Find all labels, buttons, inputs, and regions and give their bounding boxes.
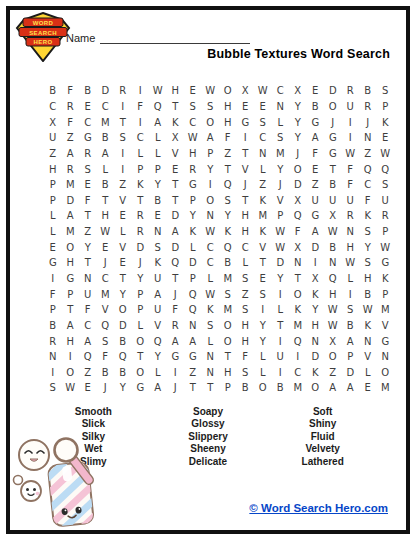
grid-cell-r8c7: B <box>149 192 167 208</box>
grid-cell-r1c12: X <box>237 83 255 99</box>
grid-cell-r1c2: F <box>62 83 80 99</box>
grid-cell-r18c3: Q <box>79 349 97 365</box>
grid-cell-r13c19: H <box>359 271 377 287</box>
grid-cell-r10c8: A <box>167 224 185 240</box>
grid-cell-r2c17: O <box>324 99 342 115</box>
grid-cell-r1c7: W <box>149 83 167 99</box>
grid-cell-r8c19: F <box>359 192 377 208</box>
grid-cell-r1c3: B <box>79 83 97 99</box>
grid-cell-r19c5: B <box>114 365 132 381</box>
grid-cell-r1c14: C <box>272 83 290 99</box>
grid-cell-r1c17: D <box>324 83 342 99</box>
grid-cell-r11c8: D <box>167 239 185 255</box>
grid-cell-r3c6: I <box>132 114 150 130</box>
grid-cell-r13c8: T <box>167 271 185 287</box>
grid-cell-r14c9: Q <box>184 286 202 302</box>
grid-cell-r6c9: R <box>184 161 202 177</box>
grid-cell-r7c20: S <box>377 177 395 193</box>
grid-cell-r12c17: N <box>324 255 342 271</box>
grid-cell-r17c2: H <box>62 333 80 349</box>
grid-cell-r3c2: F <box>62 114 80 130</box>
grid-cell-r15c10: K <box>202 302 220 318</box>
word-slippery: Slippery <box>151 431 266 443</box>
grid-cell-r11c9: L <box>184 239 202 255</box>
word-search-hero-link[interactable]: © Word Search Hero.com <box>249 502 388 514</box>
grid-cell-r13c16: X <box>307 271 325 287</box>
grid-cell-r17c19: N <box>359 333 377 349</box>
grid-cell-r5c20: W <box>377 146 395 162</box>
grid-cell-r3c14: L <box>272 114 290 130</box>
grid-cell-r10c3: Z <box>79 224 97 240</box>
grid-cell-r19c9: Z <box>184 365 202 381</box>
grid-cell-r12c10: C <box>202 255 220 271</box>
word-shiny: Shiny <box>265 418 380 430</box>
word-soft: Soft <box>265 406 380 418</box>
grid-cell-r15c20: M <box>377 302 395 318</box>
grid-cell-r20c7: A <box>149 380 167 396</box>
grid-cell-r19c19: L <box>359 365 377 381</box>
grid-cell-r14c14: I <box>272 286 290 302</box>
grid-cell-r1c18: R <box>342 83 360 99</box>
grid-cell-r9c13: M <box>254 208 272 224</box>
grid-cell-r12c6: J <box>132 255 150 271</box>
grid-cell-r8c20: U <box>377 192 395 208</box>
grid-cell-r2c12: E <box>237 99 255 115</box>
grid-cell-r4c1: U <box>44 130 62 146</box>
grid-cell-r14c20: P <box>377 286 395 302</box>
grid-cell-r4c10: A <box>202 130 220 146</box>
grid-cell-r20c14: B <box>272 380 290 396</box>
grid-cell-r12c2: H <box>62 255 80 271</box>
grid-cell-r13c18: L <box>342 271 360 287</box>
grid-cell-r3c15: Y <box>289 114 307 130</box>
grid-cell-r7c18: F <box>342 177 360 193</box>
grid-cell-r5c10: P <box>202 146 220 162</box>
grid-cell-r13c11: M <box>219 271 237 287</box>
word-slick: Slick <box>36 418 151 430</box>
grid-cell-r20c9: T <box>184 380 202 396</box>
grid-cell-r4c16: A <box>307 130 325 146</box>
grid-cell-r10c10: W <box>202 224 220 240</box>
grid-cell-r2c20: P <box>377 99 395 115</box>
grid-cell-r7c17: B <box>324 177 342 193</box>
grid-cell-r11c17: B <box>324 239 342 255</box>
grid-cell-r17c20: G <box>377 333 395 349</box>
grid-cell-r14c6: P <box>132 286 150 302</box>
grid-cell-r20c16: O <box>307 380 325 396</box>
grid-cell-r6c17: T <box>324 161 342 177</box>
grid-cell-r1c19: B <box>359 83 377 99</box>
grid-cell-r17c15: Q <box>289 333 307 349</box>
grid-cell-r9c5: E <box>114 208 132 224</box>
grid-cell-r10c6: R <box>132 224 150 240</box>
grid-cell-r8c6: T <box>132 192 150 208</box>
grid-cell-r7c9: G <box>184 177 202 193</box>
grid-cell-r16c3: C <box>79 318 97 334</box>
grid-cell-r11c18: H <box>342 239 360 255</box>
grid-cell-r9c20: R <box>377 208 395 224</box>
grid-cell-r5c13: N <box>254 146 272 162</box>
grid-cell-r14c15: O <box>289 286 307 302</box>
grid-cell-r18c16: D <box>307 349 325 365</box>
grid-cell-r17c5: B <box>114 333 132 349</box>
grid-cell-r6c16: E <box>307 161 325 177</box>
grid-cell-r15c17: W <box>324 302 342 318</box>
grid-cell-r15c6: P <box>132 302 150 318</box>
grid-cell-r12c1: G <box>44 255 62 271</box>
grid-cell-r8c18: U <box>342 192 360 208</box>
grid-cell-r12c20: G <box>377 255 395 271</box>
word-sheeny: Sheeny <box>151 443 266 455</box>
grid-cell-r15c8: F <box>167 302 185 318</box>
grid-cell-r16c5: D <box>114 318 132 334</box>
grid-cell-r2c10: S <box>202 99 220 115</box>
grid-cell-r12c13: T <box>254 255 272 271</box>
grid-cell-r16c4: Q <box>97 318 115 334</box>
grid-cell-r20c2: W <box>62 380 80 396</box>
grid-cell-r7c14: J <box>272 177 290 193</box>
grid-cell-r15c9: Q <box>184 302 202 318</box>
grid-cell-r16c14: T <box>272 318 290 334</box>
grid-cell-r19c7: L <box>149 365 167 381</box>
grid-cell-r17c13: Y <box>254 333 272 349</box>
grid-cell-r11c2: O <box>62 239 80 255</box>
grid-cell-r18c6: T <box>132 349 150 365</box>
grid-cell-r10c17: W <box>324 224 342 240</box>
grid-cell-r13c3: N <box>79 271 97 287</box>
grid-cell-r17c12: H <box>237 333 255 349</box>
grid-cell-r19c6: O <box>132 365 150 381</box>
grid-cell-r20c5: Y <box>114 380 132 396</box>
grid-cell-r5c4: A <box>97 146 115 162</box>
grid-cell-r13c9: P <box>184 271 202 287</box>
grid-cell-r15c3: F <box>79 302 97 318</box>
grid-cell-r10c14: W <box>272 224 290 240</box>
grid-cell-r18c20: N <box>377 349 395 365</box>
grid-cell-r4c5: S <box>114 130 132 146</box>
grid-cell-r11c6: D <box>132 239 150 255</box>
grid-cell-r6c19: Q <box>359 161 377 177</box>
grid-cell-r6c8: E <box>167 161 185 177</box>
grid-cell-r5c1: Z <box>44 146 62 162</box>
grid-cell-r12c16: I <box>307 255 325 271</box>
grid-cell-r15c4: V <box>97 302 115 318</box>
grid-cell-r15c12: S <box>237 302 255 318</box>
grid-cell-r7c15: D <box>289 177 307 193</box>
grid-cell-r10c9: K <box>184 224 202 240</box>
grid-cell-r15c16: Y <box>307 302 325 318</box>
grid-cell-r9c16: G <box>307 208 325 224</box>
grid-cell-r18c7: Y <box>149 349 167 365</box>
name-row: Name <box>66 31 250 44</box>
grid-cell-r12c14: D <box>272 255 290 271</box>
grid-cell-r10c4: W <box>97 224 115 240</box>
grid-cell-r14c7: A <box>149 286 167 302</box>
grid-cell-r3c8: K <box>167 114 185 130</box>
grid-cell-r15c18: S <box>342 302 360 318</box>
logo-text-hero: HERO <box>34 39 53 45</box>
grid-cell-r13c13: E <box>254 271 272 287</box>
grid-cell-r14c18: I <box>342 286 360 302</box>
grid-cell-r6c13: L <box>254 161 272 177</box>
grid-cell-r10c11: K <box>219 224 237 240</box>
grid-cell-r15c13: I <box>254 302 272 318</box>
grid-cell-r19c16: K <box>307 365 325 381</box>
grid-cell-r4c8: X <box>167 130 185 146</box>
grid-cell-r8c5: V <box>114 192 132 208</box>
grid-cell-r5c6: L <box>132 146 150 162</box>
grid-cell-r14c5: Y <box>114 286 132 302</box>
grid-cell-r14c3: U <box>79 286 97 302</box>
grid-cell-r2c2: R <box>62 99 80 115</box>
grid-cell-r17c8: A <box>167 333 185 349</box>
grid-cell-r4c12: I <box>237 130 255 146</box>
grid-cell-r8c3: F <box>79 192 97 208</box>
grid-cell-r2c19: R <box>359 99 377 115</box>
grid-cell-r5c5: I <box>114 146 132 162</box>
grid-cell-r14c11: S <box>219 286 237 302</box>
grid-cell-r13c10: L <box>202 271 220 287</box>
grid-cell-r18c15: I <box>289 349 307 365</box>
grid-cell-r12c11: B <box>219 255 237 271</box>
word-list-column-3: SoftShinyFluidVelvetyLathered <box>265 406 380 468</box>
grid-cell-r18c18: P <box>342 349 360 365</box>
grid-cell-r3c10: O <box>202 114 220 130</box>
grid-cell-r18c13: L <box>254 349 272 365</box>
word-search-hero-logo: WORD SEARCH HERO <box>15 12 71 62</box>
grid-cell-r16c6: L <box>132 318 150 334</box>
grid-cell-r20c1: S <box>44 380 62 396</box>
grid-cell-r10c2: M <box>62 224 80 240</box>
grid-cell-r4c17: G <box>324 130 342 146</box>
grid-cell-r13c14: Y <box>272 271 290 287</box>
grid-cell-r2c14: N <box>272 99 290 115</box>
grid-cell-r17c7: Q <box>149 333 167 349</box>
grid-cell-r9c15: Q <box>289 208 307 224</box>
grid-cell-r7c8: T <box>167 177 185 193</box>
grid-cell-r13c5: T <box>114 271 132 287</box>
grid-cell-r2c16: B <box>307 99 325 115</box>
grid-cell-r7c10: I <box>202 177 220 193</box>
grid-cell-r8c1: P <box>44 192 62 208</box>
grid-cell-r8c8: T <box>167 192 185 208</box>
grid-cell-r7c6: K <box>132 177 150 193</box>
grid-cell-r16c2: A <box>62 318 80 334</box>
grid-cell-r10c7: N <box>149 224 167 240</box>
grid-cell-r13c1: I <box>44 271 62 287</box>
grid-cell-r6c5: I <box>114 161 132 177</box>
grid-cell-r19c14: I <box>272 365 290 381</box>
grid-cell-r9c7: E <box>149 208 167 224</box>
bubble-icon <box>19 440 49 470</box>
grid-cell-r1c15: X <box>289 83 307 99</box>
grid-cell-r19c2: O <box>62 365 80 381</box>
grid-cell-r16c13: Y <box>254 318 272 334</box>
grid-cell-r3c3: C <box>79 114 97 130</box>
word-fluid: Fluid <box>265 431 380 443</box>
grid-cell-r8c9: P <box>184 192 202 208</box>
grid-cell-r7c11: Q <box>219 177 237 193</box>
grid-cell-r6c11: T <box>219 161 237 177</box>
grid-cell-r17c16: N <box>307 333 325 349</box>
grid-cell-r14c2: P <box>62 286 80 302</box>
grid-cell-r18c19: V <box>359 349 377 365</box>
grid-cell-r11c19: Y <box>359 239 377 255</box>
grid-cell-r4c19: N <box>359 130 377 146</box>
grid-cell-r20c6: G <box>132 380 150 396</box>
grid-cell-r7c1: P <box>44 177 62 193</box>
grid-cell-r2c1: C <box>44 99 62 115</box>
grid-cell-r3c12: G <box>237 114 255 130</box>
grid-cell-r3c18: I <box>342 114 360 130</box>
grid-cell-r16c15: M <box>289 318 307 334</box>
grid-cell-r4c13: C <box>254 130 272 146</box>
grid-cell-r6c18: F <box>342 161 360 177</box>
grid-cell-r1c8: H <box>167 83 185 99</box>
grid-cell-r11c16: D <box>307 239 325 255</box>
grid-cell-r16c12: H <box>237 318 255 334</box>
grid-cell-r6c2: R <box>62 161 80 177</box>
grid-cell-r19c13: L <box>254 365 272 381</box>
grid-cell-r10c15: F <box>289 224 307 240</box>
grid-cell-r6c20: Q <box>377 161 395 177</box>
grid-cell-r17c10: L <box>202 333 220 349</box>
grid-cell-r1c5: R <box>114 83 132 99</box>
name-label: Name <box>66 32 95 44</box>
grid-cell-r4c15: Y <box>289 130 307 146</box>
grid-cell-r9c18: R <box>342 208 360 224</box>
grid-cell-r8c10: O <box>202 192 220 208</box>
grid-cell-r1c1: B <box>44 83 62 99</box>
grid-cell-r11c12: C <box>237 239 255 255</box>
grid-cell-r11c15: X <box>289 239 307 255</box>
grid-cell-r11c11: Q <box>219 239 237 255</box>
grid-cell-r8c13: K <box>254 192 272 208</box>
grid-cell-r3c11: H <box>219 114 237 130</box>
grid-cell-r16c20: V <box>377 318 395 334</box>
grid-cell-r18c17: O <box>324 349 342 365</box>
grid-cell-r2c3: E <box>79 99 97 115</box>
grid-cell-r3c13: S <box>254 114 272 130</box>
grid-cell-r10c18: N <box>342 224 360 240</box>
grid-cell-r14c16: K <box>307 286 325 302</box>
grid-cell-r6c12: V <box>237 161 255 177</box>
grid-cell-r1c20: S <box>377 83 395 99</box>
logo-text-search: SEARCH <box>29 30 57 36</box>
grid-cell-r19c10: N <box>202 365 220 381</box>
grid-cell-r14c19: B <box>359 286 377 302</box>
grid-cell-r7c5: Z <box>114 177 132 193</box>
grid-cell-r13c4: C <box>97 271 115 287</box>
grid-cell-r2c11: H <box>219 99 237 115</box>
grid-cell-r19c1: I <box>44 365 62 381</box>
grid-cell-r12c5: E <box>114 255 132 271</box>
grid-cell-r9c9: Y <box>184 208 202 224</box>
grid-cell-r12c18: W <box>342 255 360 271</box>
grid-cell-r1c6: I <box>132 83 150 99</box>
grid-cell-r17c4: S <box>97 333 115 349</box>
grid-cell-r16c11: O <box>219 318 237 334</box>
grid-cell-r14c8: J <box>167 286 185 302</box>
grid-cell-r6c10: Y <box>202 161 220 177</box>
grid-cell-r9c3: T <box>79 208 97 224</box>
grid-cell-r12c12: L <box>237 255 255 271</box>
grid-cell-r17c18: A <box>342 333 360 349</box>
grid-cell-r5c17: G <box>324 146 342 162</box>
grid-cell-r9c8: D <box>167 208 185 224</box>
grid-cell-r20c20: M <box>377 380 395 396</box>
grid-cell-r8c4: T <box>97 192 115 208</box>
grid-cell-r19c3: Z <box>79 365 97 381</box>
word-smooth: Smooth <box>36 406 151 418</box>
grid-cell-r14c4: M <box>97 286 115 302</box>
word-velvety: Velvety <box>265 443 380 455</box>
grid-cell-r5c3: R <box>79 146 97 162</box>
grid-cell-r7c12: J <box>237 177 255 193</box>
grid-cell-r3c17: J <box>324 114 342 130</box>
grid-cell-r19c20: O <box>377 365 395 381</box>
grid-cell-r11c7: S <box>149 239 167 255</box>
grid-cell-r8c12: T <box>237 192 255 208</box>
grid-cell-r20c12: B <box>237 380 255 396</box>
grid-cell-r12c7: K <box>149 255 167 271</box>
grid-cell-r15c15: K <box>289 302 307 318</box>
grid-cell-r17c14: I <box>272 333 290 349</box>
grid-cell-r9c6: R <box>132 208 150 224</box>
grid-cell-r14c12: Z <box>237 286 255 302</box>
grid-cell-r1c10: W <box>202 83 220 99</box>
grid-cell-r2c15: Y <box>289 99 307 115</box>
grid-cell-r20c10: T <box>202 380 220 396</box>
grid-cell-r3c9: C <box>184 114 202 130</box>
grid-cell-r6c1: H <box>44 161 62 177</box>
grid-cell-r19c12: S <box>237 365 255 381</box>
grid-cell-r7c2: M <box>62 177 80 193</box>
grid-cell-r1c13: W <box>254 83 272 99</box>
grid-cell-r16c9: N <box>184 318 202 334</box>
grid-cell-r3c16: G <box>307 114 325 130</box>
grid-cell-r5c18: W <box>342 146 360 162</box>
grid-cell-r16c18: B <box>342 318 360 334</box>
grid-cell-r13c15: T <box>289 271 307 287</box>
grid-cell-r8c14: V <box>272 192 290 208</box>
grid-cell-r12c9: D <box>184 255 202 271</box>
grid-cell-r10c20: P <box>377 224 395 240</box>
grid-cell-r12c8: Q <box>167 255 185 271</box>
grid-cell-r4c3: G <box>79 130 97 146</box>
grid-cell-r3c4: M <box>97 114 115 130</box>
grid-cell-r2c18: U <box>342 99 360 115</box>
grid-cell-r15c19: W <box>359 302 377 318</box>
grid-cell-r18c10: N <box>202 349 220 365</box>
grid-cell-r5c19: Z <box>359 146 377 162</box>
grid-cell-r7c13: Z <box>254 177 272 193</box>
logo-text-word: WORD <box>33 20 54 26</box>
grid-cell-r1c9: E <box>184 83 202 99</box>
grid-cell-r2c4: C <box>97 99 115 115</box>
grid-cell-r5c8: V <box>167 146 185 162</box>
grid-cell-r16c8: R <box>167 318 185 334</box>
grid-cell-r14c10: W <box>202 286 220 302</box>
grid-cell-r5c14: M <box>272 146 290 162</box>
page-title: Bubble Textures Word Search <box>207 47 390 61</box>
grid-cell-r13c17: Q <box>324 271 342 287</box>
grid-cell-r12c4: J <box>97 255 115 271</box>
word-glossy: Glossy <box>151 418 266 430</box>
grid-cell-r5c15: J <box>289 146 307 162</box>
grid-cell-r9c17: X <box>324 208 342 224</box>
grid-cell-r16c10: S <box>202 318 220 334</box>
